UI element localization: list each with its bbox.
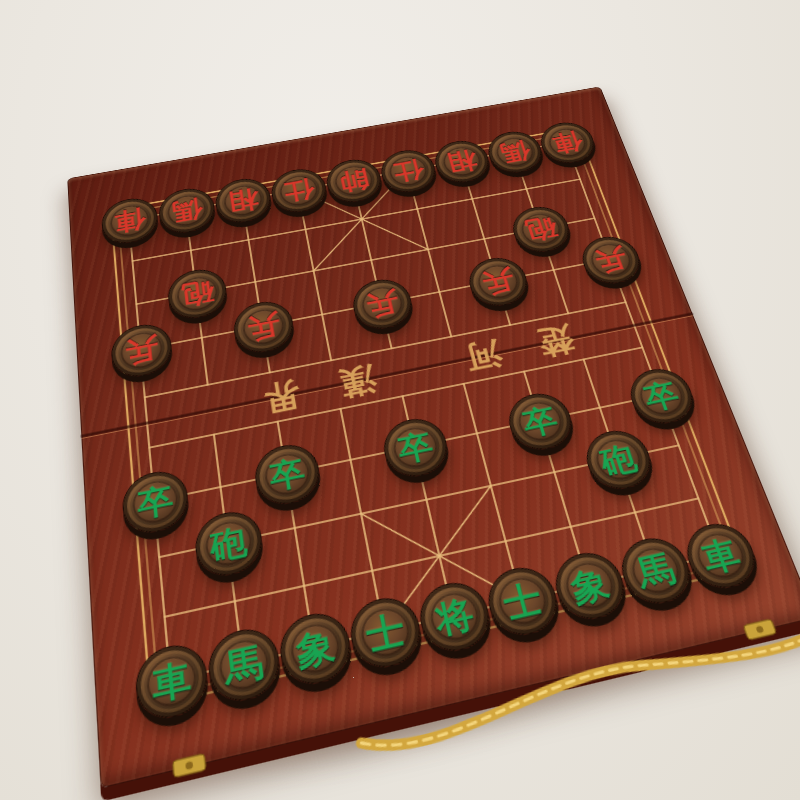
piece-character: 車 xyxy=(697,535,744,577)
piece-red-advisor[interactable]: 仕 xyxy=(268,165,330,216)
piece-character: 帥 xyxy=(337,167,371,195)
piece-green-chariot[interactable]: 車 xyxy=(134,639,211,725)
piece-green-general[interactable]: 将 xyxy=(414,577,496,658)
piece-red-soldier[interactable]: 兵 xyxy=(110,320,174,381)
piece-red-chariot[interactable]: 俥 xyxy=(535,119,600,167)
piece-red-elephant[interactable]: 相 xyxy=(430,137,494,186)
piece-character: 傌 xyxy=(170,196,203,225)
piece-red-horse[interactable]: 傌 xyxy=(483,128,547,177)
piece-green-advisor[interactable]: 士 xyxy=(482,562,565,642)
piece-green-cannon[interactable]: 砲 xyxy=(192,506,265,581)
piece-character: 俥 xyxy=(550,129,586,155)
piece-character: 兵 xyxy=(245,310,281,343)
piece-character: 象 xyxy=(567,564,613,607)
piece-red-soldier[interactable]: 兵 xyxy=(231,297,297,357)
piece-red-chariot[interactable]: 俥 xyxy=(100,195,159,248)
piece-character: 相 xyxy=(444,148,479,175)
piece-green-soldier[interactable]: 卒 xyxy=(121,466,191,538)
piece-character: 卒 xyxy=(136,482,175,522)
piece-character: 相 xyxy=(226,186,260,214)
piece-green-chariot[interactable]: 車 xyxy=(678,518,763,594)
piece-character: 馬 xyxy=(223,641,266,688)
piece-character: 砲 xyxy=(180,278,215,310)
piece-green-soldier[interactable]: 卒 xyxy=(503,389,579,455)
piece-red-horse[interactable]: 傌 xyxy=(157,185,217,237)
piece-character: 士 xyxy=(363,610,407,655)
piece-character: 士 xyxy=(500,579,545,623)
piece-green-soldier[interactable]: 卒 xyxy=(623,364,700,429)
piece-green-advisor[interactable]: 士 xyxy=(346,592,426,674)
piece-character: 卒 xyxy=(395,429,436,467)
piece-character: 傌 xyxy=(497,139,532,166)
piece-character: 兵 xyxy=(364,288,401,320)
piece-red-soldier[interactable]: 兵 xyxy=(349,275,417,333)
piece-character: 卒 xyxy=(267,455,307,494)
piece-character: 仕 xyxy=(391,157,426,184)
piece-character: 俥 xyxy=(113,206,146,235)
xiangqi-board: 漢界 楚河 俥傌相仕帥仕相傌俥砲砲兵兵兵兵兵卒卒卒卒卒砲砲車馬象士将士象馬車 xyxy=(67,86,800,788)
piece-character: 卒 xyxy=(519,403,561,440)
piece-green-soldier[interactable]: 卒 xyxy=(252,440,324,510)
piece-red-general[interactable]: 帥 xyxy=(323,156,385,206)
piece-character: 将 xyxy=(432,594,477,639)
piece-character: 兵 xyxy=(479,266,517,297)
piece-green-soldier[interactable]: 卒 xyxy=(379,414,453,482)
perspective-wrapper: 漢界 楚河 俥傌相仕帥仕相傌俥砲砲兵兵兵兵兵卒卒卒卒卒砲砲車馬象士将士象馬車 xyxy=(86,46,706,696)
piece-red-elephant[interactable]: 相 xyxy=(213,175,274,227)
piece-character: 兵 xyxy=(124,333,159,367)
piece-character: 砲 xyxy=(597,441,640,479)
piece-character: 兵 xyxy=(592,245,631,275)
piece-green-horse[interactable]: 馬 xyxy=(614,532,699,609)
piece-green-cannon[interactable]: 砲 xyxy=(579,425,658,494)
piece-character: 馬 xyxy=(632,549,679,592)
piece-character: 砲 xyxy=(522,214,559,243)
piece-character: 仕 xyxy=(282,176,316,204)
piece-red-cannon[interactable]: 砲 xyxy=(507,203,575,256)
product-photo-background: { "game": "xiangqi", "scene_description"… xyxy=(0,0,800,800)
piece-red-cannon[interactable]: 砲 xyxy=(166,265,229,323)
piece-green-horse[interactable]: 馬 xyxy=(205,623,283,708)
piece-character: 卒 xyxy=(640,378,683,414)
piece-character: 象 xyxy=(294,625,338,671)
piece-character: 砲 xyxy=(209,523,249,564)
piece-character: 車 xyxy=(151,658,193,705)
piece-red-soldier[interactable]: 兵 xyxy=(464,254,533,311)
piece-green-elephant[interactable]: 象 xyxy=(276,607,355,691)
piece-green-elephant[interactable]: 象 xyxy=(548,547,632,626)
piece-red-advisor[interactable]: 仕 xyxy=(377,146,440,196)
piece-red-soldier[interactable]: 兵 xyxy=(576,232,647,287)
